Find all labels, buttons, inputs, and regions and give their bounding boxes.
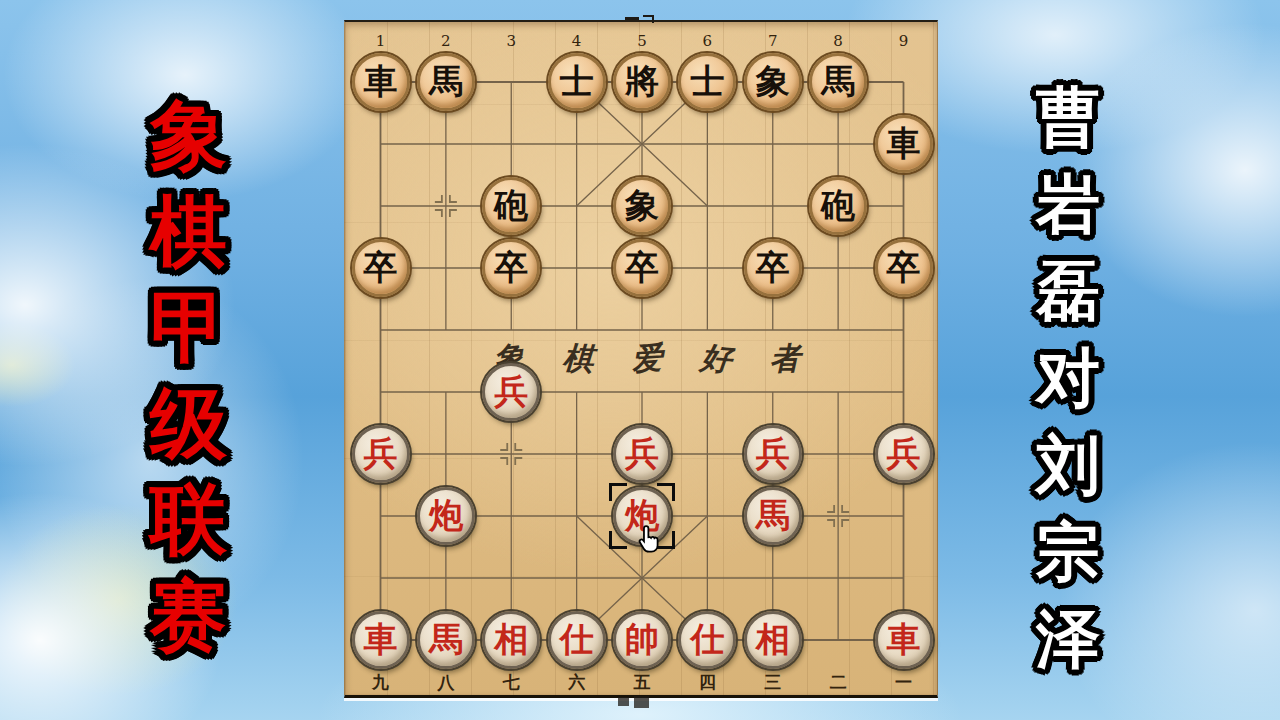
piece-black-horse[interactable]: 馬 <box>417 53 475 111</box>
file-label-bottom: 二 <box>825 671 851 694</box>
right-banner-char: 磊 <box>1036 248 1100 335</box>
file-label-bottom: 六 <box>564 671 590 694</box>
piece-black-soldier[interactable]: 卒 <box>875 239 933 297</box>
river-watermark-char: 棋 <box>555 337 601 381</box>
xiangqi-board[interactable]: 123456789 九八七六五四三二一 象棋爱好者 車馬士將士象馬車砲象砲卒卒卒… <box>344 20 938 698</box>
piece-red-chariot[interactable]: 車 <box>875 611 933 669</box>
file-label-top: 8 <box>825 32 851 50</box>
piece-red-soldier[interactable]: 兵 <box>875 425 933 483</box>
left-banner-char: 赛 <box>150 568 227 664</box>
piece-black-horse[interactable]: 馬 <box>809 53 867 111</box>
file-label-bottom: 九 <box>368 671 394 694</box>
file-label-bottom: 四 <box>694 671 720 694</box>
river-watermark-char: 者 <box>762 337 807 381</box>
file-label-bottom: 三 <box>760 671 786 694</box>
file-label-bottom: 七 <box>498 671 524 694</box>
piece-black-chariot[interactable]: 車 <box>352 53 410 111</box>
piece-red-horse[interactable]: 馬 <box>417 611 475 669</box>
video-artifact-top2 <box>643 15 654 23</box>
file-label-bottom: 八 <box>433 671 459 694</box>
piece-red-elephant[interactable]: 相 <box>744 611 802 669</box>
piece-black-general[interactable]: 將 <box>613 53 671 111</box>
piece-black-elephant[interactable]: 象 <box>613 177 671 235</box>
file-label-top: 7 <box>760 32 786 50</box>
piece-black-cannon[interactable]: 砲 <box>809 177 867 235</box>
left-banner-char: 联 <box>150 472 227 568</box>
piece-red-soldier[interactable]: 兵 <box>613 425 671 483</box>
right-banner-char: 宗 <box>1036 509 1100 596</box>
file-label-top: 6 <box>694 32 720 50</box>
file-label-top: 2 <box>433 32 459 50</box>
piece-red-soldier[interactable]: 兵 <box>352 425 410 483</box>
left-banner-char: 象 <box>150 88 227 184</box>
piece-red-elephant[interactable]: 相 <box>482 611 540 669</box>
video-frame: 象棋甲级联赛 曹岩磊对刘宗泽 123456789 九八七六五四三二一 象棋爱好者… <box>0 0 1280 720</box>
piece-black-soldier[interactable]: 卒 <box>352 239 410 297</box>
right-banner-char: 泽 <box>1036 596 1100 683</box>
file-label-top: 5 <box>629 32 655 50</box>
file-label-bottom: 一 <box>891 671 917 694</box>
left-banner-char: 甲 <box>150 280 227 376</box>
file-label-top: 4 <box>564 32 590 50</box>
piece-red-soldier[interactable]: 兵 <box>482 363 540 421</box>
piece-black-advisor[interactable]: 士 <box>548 53 606 111</box>
hand-pointer-icon <box>636 524 663 555</box>
piece-red-cannon[interactable]: 炮 <box>417 487 475 545</box>
piece-red-advisor[interactable]: 仕 <box>678 611 736 669</box>
right-banner-players: 曹岩磊对刘宗泽 <box>1036 74 1100 683</box>
video-artifact-bottom <box>618 697 629 706</box>
piece-black-elephant[interactable]: 象 <box>744 53 802 111</box>
video-artifact-bottom2 <box>634 696 649 708</box>
file-label-top: 9 <box>891 32 917 50</box>
river-watermark-char: 爱 <box>624 337 671 382</box>
right-banner-char: 对 <box>1036 335 1100 422</box>
piece-black-soldier[interactable]: 卒 <box>744 239 802 297</box>
piece-red-soldier[interactable]: 兵 <box>744 425 802 483</box>
left-banner-char: 级 <box>150 376 227 472</box>
right-banner-char: 曹 <box>1036 74 1100 161</box>
piece-black-advisor[interactable]: 士 <box>678 53 736 111</box>
piece-red-horse[interactable]: 馬 <box>744 487 802 545</box>
piece-black-cannon[interactable]: 砲 <box>482 177 540 235</box>
piece-red-chariot[interactable]: 車 <box>352 611 410 669</box>
piece-red-general[interactable]: 帥 <box>613 611 671 669</box>
right-banner-char: 刘 <box>1036 422 1100 509</box>
video-artifact-top <box>625 17 639 20</box>
file-label-bottom: 五 <box>629 671 655 694</box>
river-watermark-char: 好 <box>692 336 739 382</box>
piece-red-advisor[interactable]: 仕 <box>548 611 606 669</box>
piece-black-soldier[interactable]: 卒 <box>482 239 540 297</box>
left-banner-title: 象棋甲级联赛 <box>150 88 227 664</box>
file-label-top: 1 <box>368 32 394 50</box>
right-banner-char: 岩 <box>1036 161 1100 248</box>
piece-black-chariot[interactable]: 車 <box>875 115 933 173</box>
file-label-top: 3 <box>498 32 524 50</box>
piece-black-soldier[interactable]: 卒 <box>613 239 671 297</box>
left-banner-char: 棋 <box>150 184 227 280</box>
